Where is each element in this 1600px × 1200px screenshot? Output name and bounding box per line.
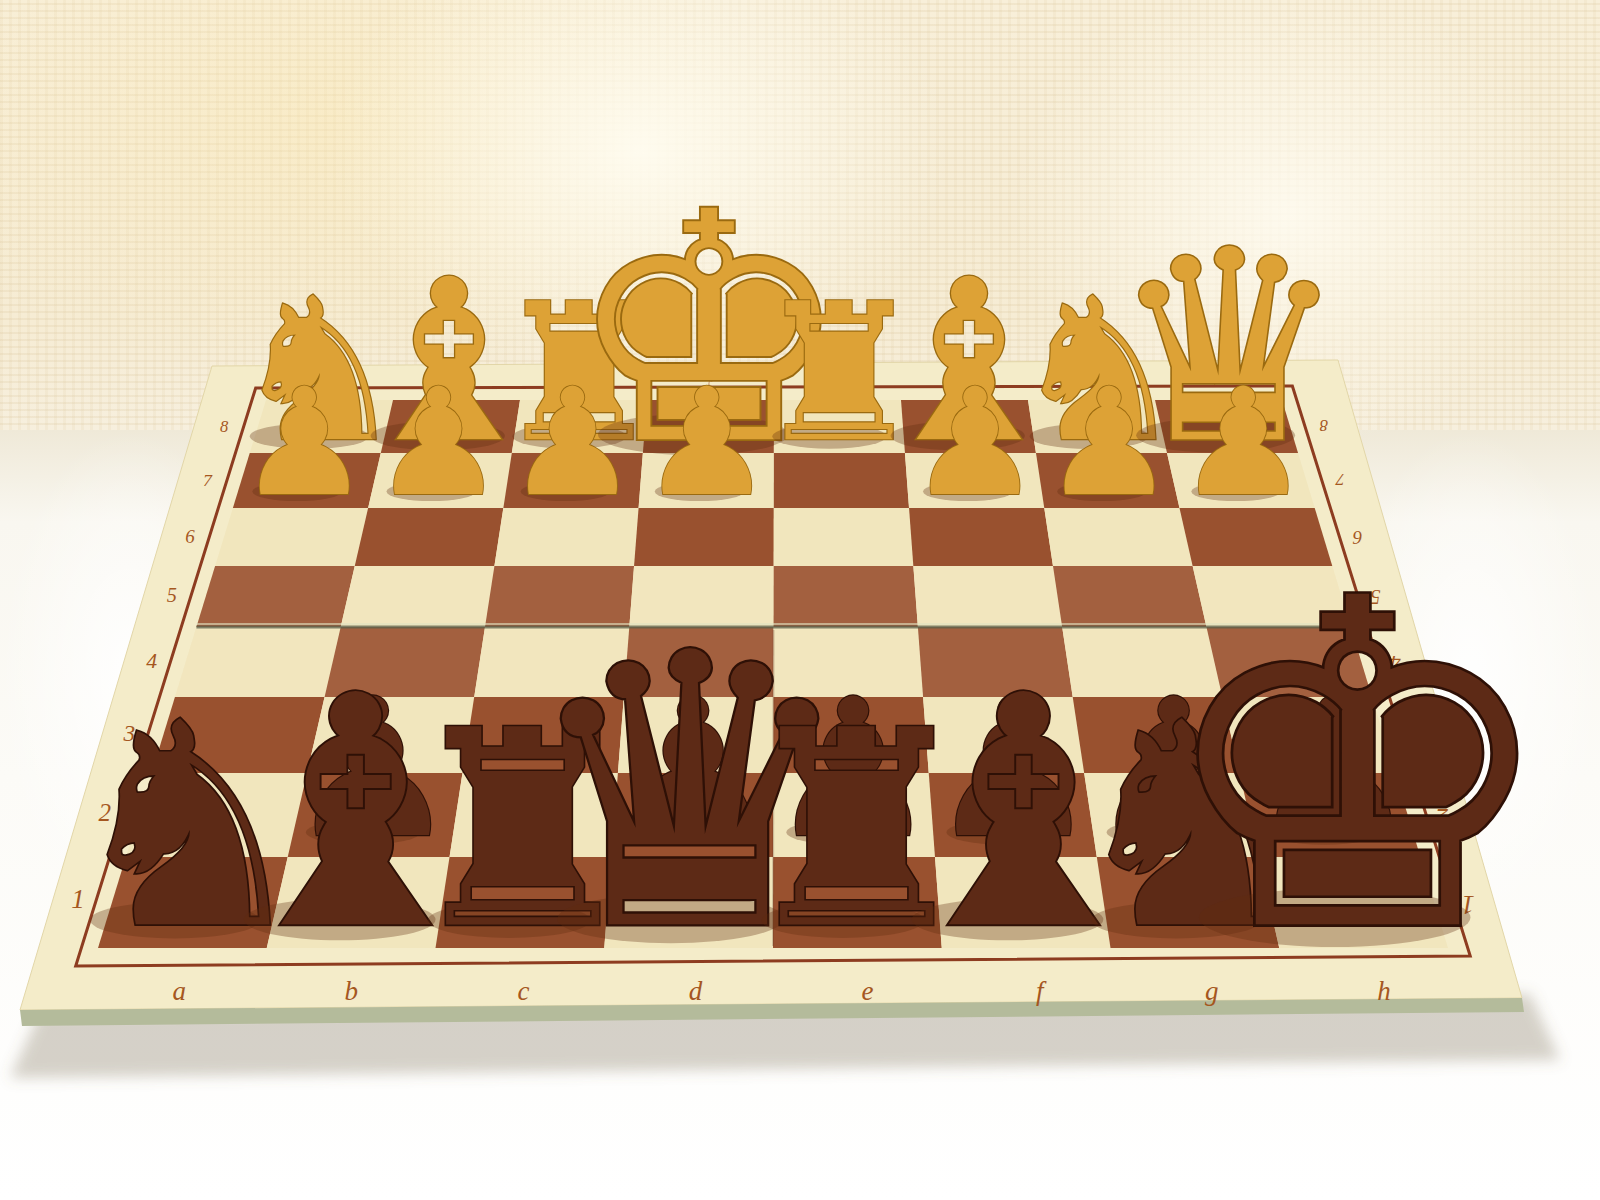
piece-white-pawn-g7[interactable]: ♟ bbox=[1043, 356, 1176, 529]
piece-black-king-h1[interactable]: ♚ bbox=[1155, 504, 1561, 1031]
chess-board-scene: 1122334455667788aabbccddeeffgghh♞♝♜♚♜♝♞♛… bbox=[0, 0, 1600, 1200]
rank-label-left-8: 8 bbox=[220, 417, 229, 436]
square-e6[interactable] bbox=[774, 508, 914, 566]
rank-label-left-5: 5 bbox=[167, 584, 177, 606]
piece-white-pawn-h7[interactable]: ♟ bbox=[1177, 356, 1310, 529]
piece-white-pawn-a7[interactable]: ♟ bbox=[238, 356, 371, 529]
piece-white-pawn-f7[interactable]: ♟ bbox=[908, 356, 1041, 529]
rank-label-left-6: 6 bbox=[185, 526, 195, 547]
piece-white-pawn-c7[interactable]: ♟ bbox=[506, 356, 639, 529]
piece-white-pawn-d7[interactable]: ♟ bbox=[640, 356, 773, 529]
rank-label-left-7: 7 bbox=[203, 470, 213, 490]
piece-white-pawn-b7[interactable]: ♟ bbox=[372, 356, 505, 529]
